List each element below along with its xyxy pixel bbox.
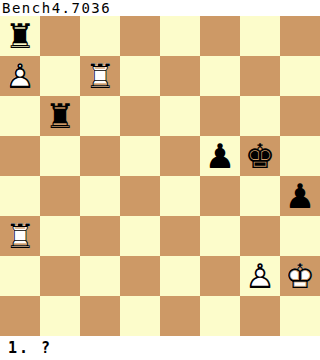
square-c5[interactable] xyxy=(80,136,120,176)
square-a3[interactable]: ♜♖ xyxy=(0,216,40,256)
square-f7[interactable] xyxy=(200,56,240,96)
square-a7[interactable]: ♟♙ xyxy=(0,56,40,96)
square-g1[interactable] xyxy=(240,296,280,336)
square-c1[interactable] xyxy=(80,296,120,336)
square-f2[interactable] xyxy=(200,256,240,296)
piece-black-pawn[interactable]: ♟ xyxy=(205,139,235,173)
piece-black-king[interactable]: ♚ xyxy=(245,139,275,173)
piece-white-rook[interactable]: ♜♖ xyxy=(85,59,115,93)
square-b5[interactable] xyxy=(40,136,80,176)
square-f8[interactable] xyxy=(200,16,240,56)
square-c2[interactable] xyxy=(80,256,120,296)
square-f3[interactable] xyxy=(200,216,240,256)
square-d8[interactable] xyxy=(120,16,160,56)
move-prompt: 1. ? xyxy=(0,336,52,357)
square-g5[interactable]: ♚ xyxy=(240,136,280,176)
square-h5[interactable] xyxy=(280,136,320,176)
white-pawn-outline: ♙ xyxy=(245,256,275,296)
square-d3[interactable] xyxy=(120,216,160,256)
status-bar: 1. ? xyxy=(0,336,320,360)
piece-black-rook[interactable]: ♜ xyxy=(5,19,35,53)
square-a1[interactable] xyxy=(0,296,40,336)
square-d4[interactable] xyxy=(120,176,160,216)
square-a8[interactable]: ♜ xyxy=(0,16,40,56)
square-h7[interactable] xyxy=(280,56,320,96)
square-c7[interactable]: ♜♖ xyxy=(80,56,120,96)
square-e1[interactable] xyxy=(160,296,200,336)
square-g2[interactable]: ♟♙ xyxy=(240,256,280,296)
square-b3[interactable] xyxy=(40,216,80,256)
square-e6[interactable] xyxy=(160,96,200,136)
piece-black-pawn[interactable]: ♟ xyxy=(285,179,315,213)
square-f5[interactable]: ♟ xyxy=(200,136,240,176)
square-a5[interactable] xyxy=(0,136,40,176)
square-g8[interactable] xyxy=(240,16,280,56)
square-a4[interactable] xyxy=(0,176,40,216)
square-e7[interactable] xyxy=(160,56,200,96)
square-h2[interactable]: ♚♔ xyxy=(280,256,320,296)
square-d2[interactable] xyxy=(120,256,160,296)
square-c4[interactable] xyxy=(80,176,120,216)
piece-white-rook[interactable]: ♜♖ xyxy=(5,219,35,253)
square-h3[interactable] xyxy=(280,216,320,256)
piece-black-rook[interactable]: ♜ xyxy=(45,99,75,133)
square-b2[interactable] xyxy=(40,256,80,296)
square-b1[interactable] xyxy=(40,296,80,336)
square-b8[interactable] xyxy=(40,16,80,56)
title-bar: Bench4.7036 xyxy=(0,0,320,16)
square-g3[interactable] xyxy=(240,216,280,256)
square-f6[interactable] xyxy=(200,96,240,136)
square-a2[interactable] xyxy=(0,256,40,296)
square-c3[interactable] xyxy=(80,216,120,256)
square-h8[interactable] xyxy=(280,16,320,56)
square-d7[interactable] xyxy=(120,56,160,96)
square-e2[interactable] xyxy=(160,256,200,296)
square-g7[interactable] xyxy=(240,56,280,96)
piece-white-pawn[interactable]: ♟♙ xyxy=(245,259,275,293)
square-e5[interactable] xyxy=(160,136,200,176)
square-d5[interactable] xyxy=(120,136,160,176)
white-rook-outline: ♖ xyxy=(5,216,35,256)
square-h6[interactable] xyxy=(280,96,320,136)
piece-white-pawn[interactable]: ♟♙ xyxy=(5,59,35,93)
square-f4[interactable] xyxy=(200,176,240,216)
square-b6[interactable]: ♜ xyxy=(40,96,80,136)
square-e8[interactable] xyxy=(160,16,200,56)
square-c6[interactable] xyxy=(80,96,120,136)
white-pawn-outline: ♙ xyxy=(5,56,35,96)
square-g4[interactable] xyxy=(240,176,280,216)
square-b4[interactable] xyxy=(40,176,80,216)
square-d1[interactable] xyxy=(120,296,160,336)
square-b7[interactable] xyxy=(40,56,80,96)
white-king-outline: ♔ xyxy=(285,256,315,296)
square-h4[interactable]: ♟ xyxy=(280,176,320,216)
white-rook-outline: ♖ xyxy=(85,56,115,96)
square-h1[interactable] xyxy=(280,296,320,336)
square-c8[interactable] xyxy=(80,16,120,56)
piece-white-king[interactable]: ♚♔ xyxy=(285,259,315,293)
board: ♜♟♙♜♖♜♟♚♟♜♖♟♙♚♔ xyxy=(0,16,320,336)
square-e3[interactable] xyxy=(160,216,200,256)
square-e4[interactable] xyxy=(160,176,200,216)
chess-window: Bench4.7036 ♜♟♙♜♖♜♟♚♟♜♖♟♙♚♔ 1. ? xyxy=(0,0,320,360)
square-d6[interactable] xyxy=(120,96,160,136)
square-g6[interactable] xyxy=(240,96,280,136)
square-f1[interactable] xyxy=(200,296,240,336)
square-a6[interactable] xyxy=(0,96,40,136)
window-title: Bench4.7036 xyxy=(0,1,111,16)
